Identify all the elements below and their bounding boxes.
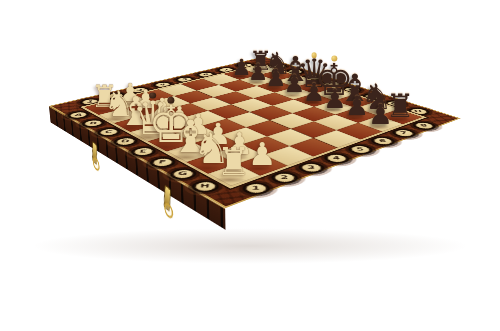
light-pawn-h2[interactable]: ♟ <box>248 140 276 172</box>
chess-set-stage: 88AA77BB66CC55DD44EE33FF22GG11HH ♜♞♝♛♚♝♞… <box>0 0 500 331</box>
piece-shadow <box>366 125 390 129</box>
piece-shadow <box>263 87 283 91</box>
dark-pawn-e7[interactable]: ♟ <box>303 79 326 104</box>
light-rook-h1[interactable]: ♜ <box>217 143 252 182</box>
piece-shadow <box>213 177 246 183</box>
piece-shadow <box>229 75 248 79</box>
piece-shadow <box>321 108 343 112</box>
piece-shadow <box>246 81 266 85</box>
dark-finial <box>168 97 175 104</box>
dark-pawn-f7[interactable]: ♟ <box>323 86 346 112</box>
product-photo: 88AA77BB66CC55DD44EE33FF22GG11HH ♜♞♝♛♚♝♞… <box>0 0 500 331</box>
dark-pawn-g7[interactable]: ♟ <box>345 93 369 120</box>
piece-shadow <box>301 101 322 105</box>
piece-shadow <box>281 94 302 98</box>
pieces-overlay: ♜♞♝♛♚♝♞♜♟♟♟♟♟♟♟♟♟♟♟♟♟♟♟♟♜♞♝♛♚♝♞♜ <box>0 0 500 331</box>
piece-shadow <box>343 116 366 120</box>
gold-finial <box>331 55 337 61</box>
dark-pawn-h7[interactable]: ♟ <box>368 101 393 129</box>
